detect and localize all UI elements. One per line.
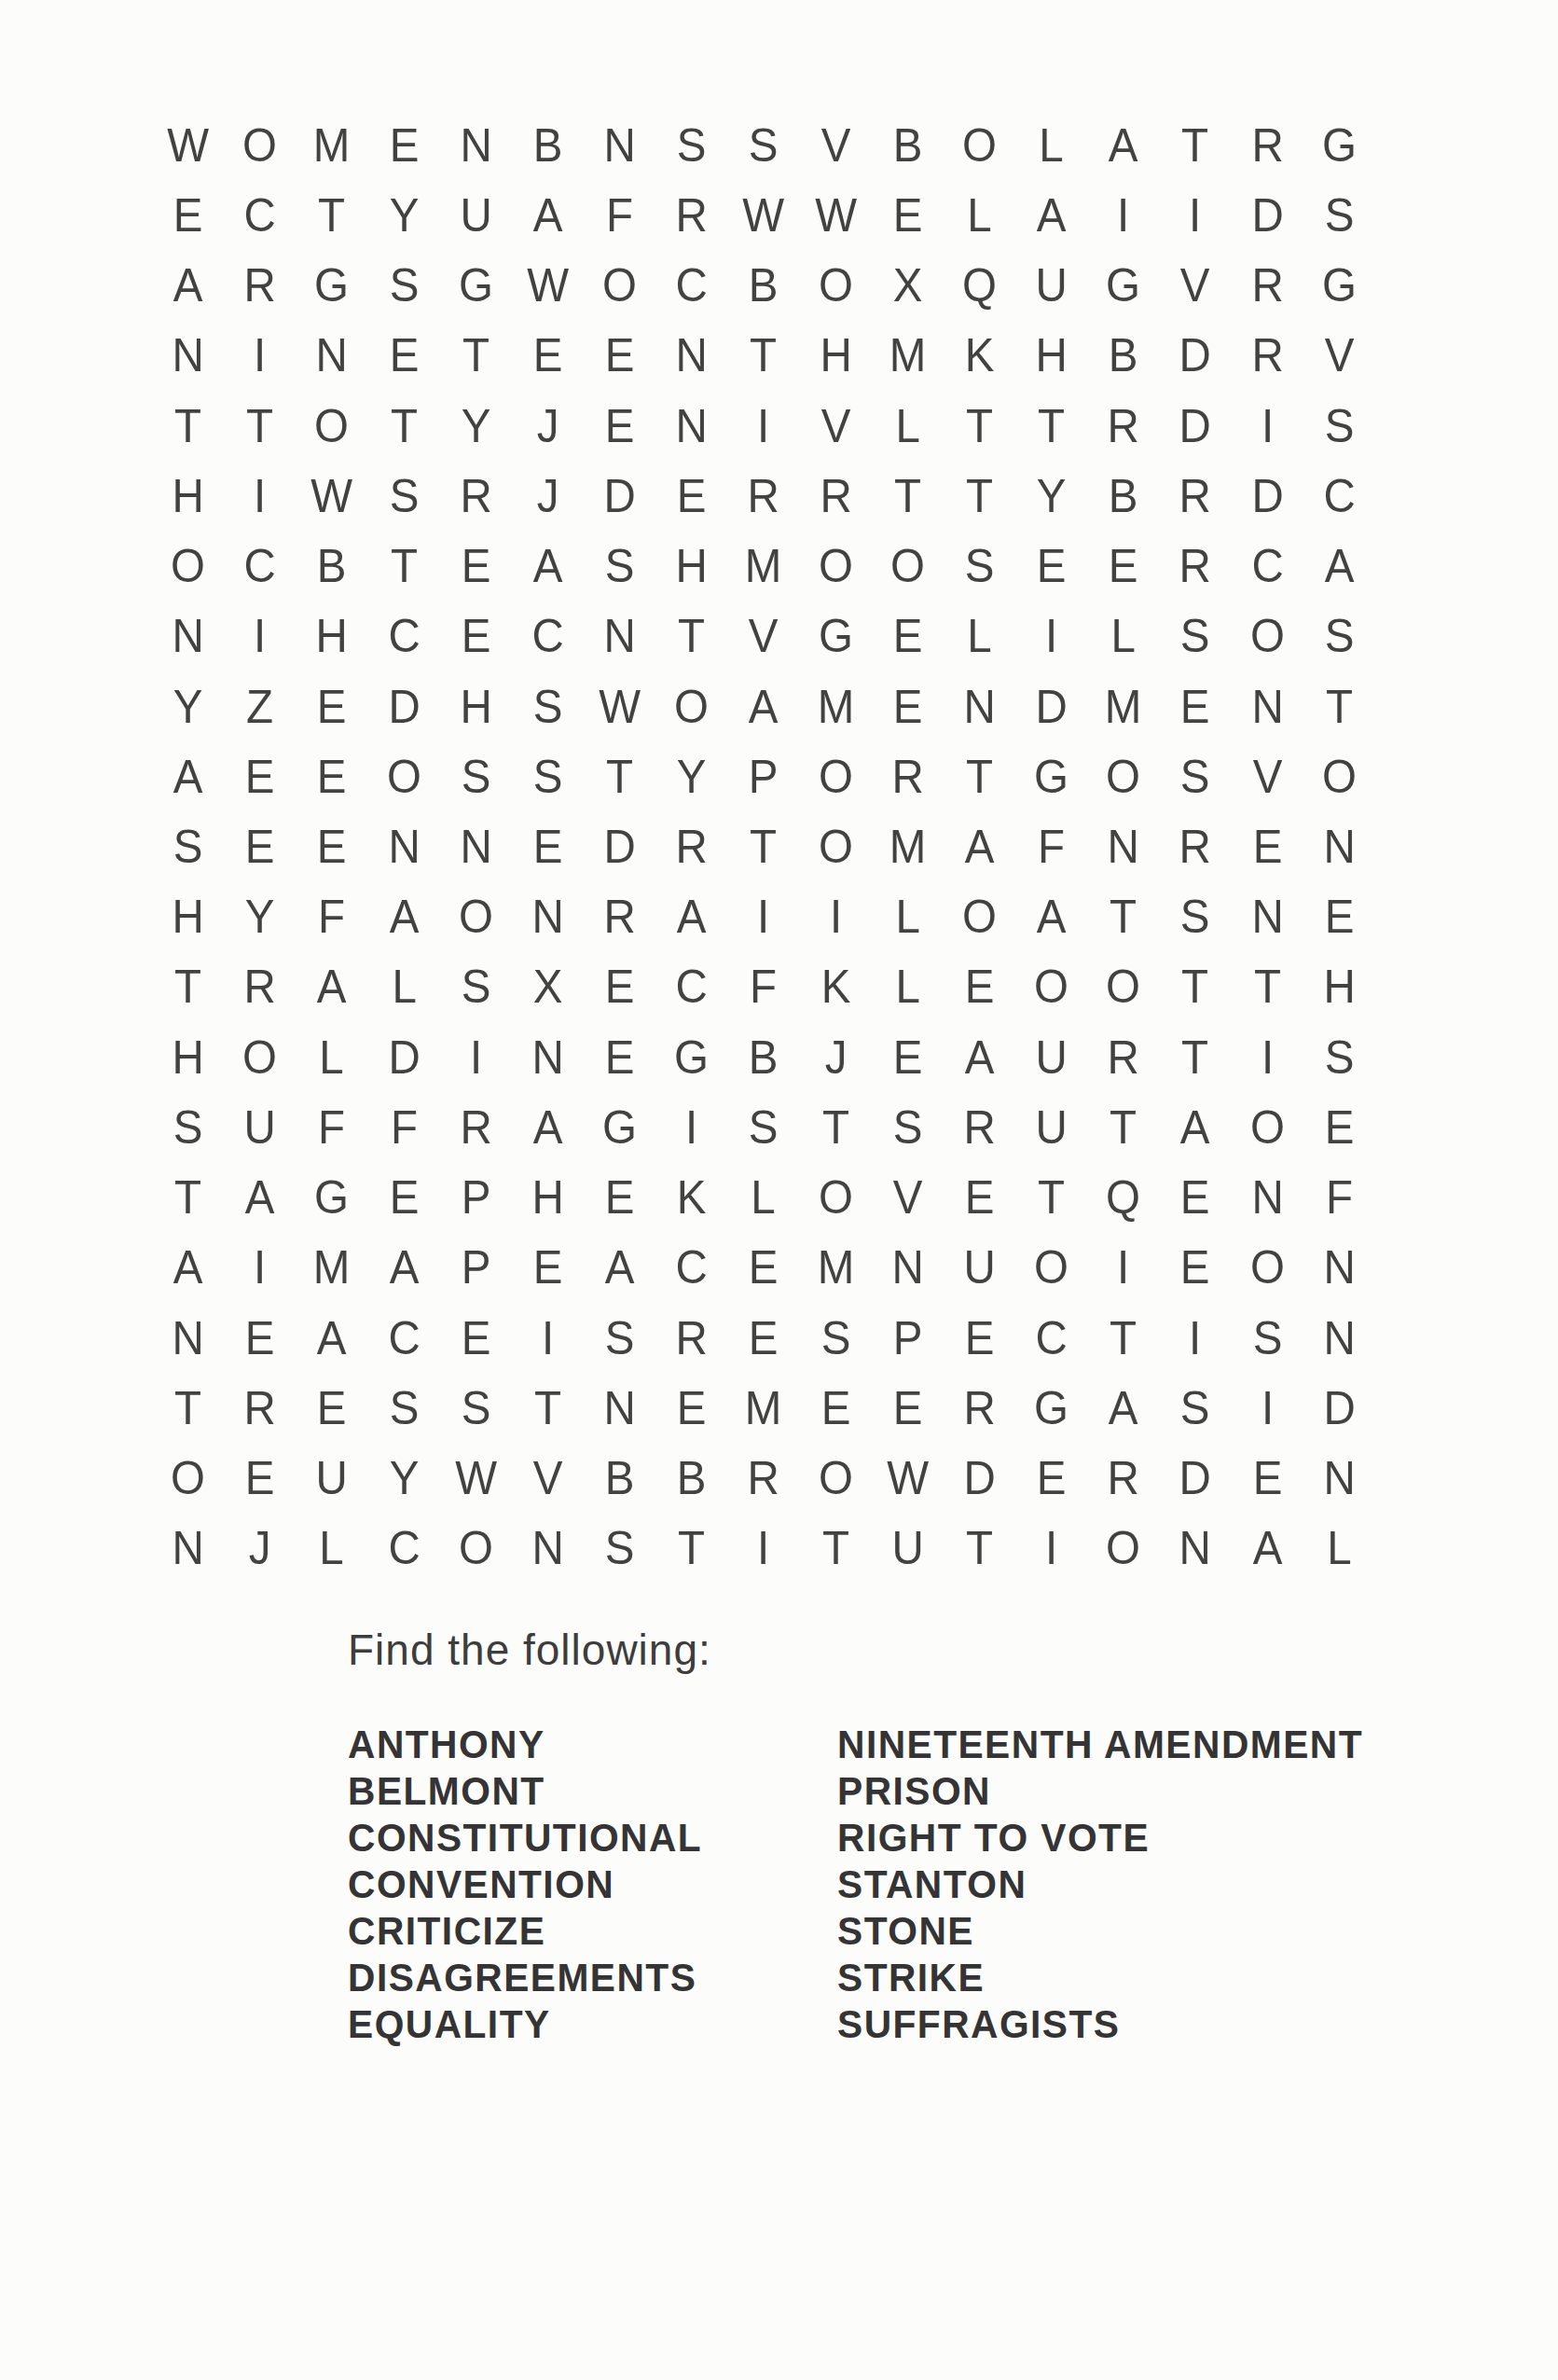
grid-cell-r1c9[interactable]: S [729, 110, 797, 180]
grid-cell-r11c4[interactable]: N [369, 811, 437, 881]
grid-cell-r3c3[interactable]: G [297, 250, 365, 320]
grid-cell-r16c10[interactable]: O [802, 1163, 870, 1233]
grid-cell-r9c8[interactable]: O [657, 671, 725, 741]
grid-cell-r21c5[interactable]: O [442, 1514, 510, 1584]
grid-cell-r19c6[interactable]: T [514, 1373, 582, 1443]
grid-cell-r12c16[interactable]: N [1234, 882, 1302, 952]
grid-cell-r18c13[interactable]: C [1017, 1303, 1085, 1373]
grid-cell-r7c17[interactable]: A [1305, 531, 1373, 601]
grid-cell-r16c1[interactable]: T [154, 1163, 222, 1233]
grid-cell-r21c14[interactable]: O [1089, 1514, 1157, 1584]
grid-cell-r7c15[interactable]: R [1161, 531, 1229, 601]
grid-cell-r2c10[interactable]: W [802, 180, 870, 250]
grid-cell-r9c17[interactable]: T [1305, 671, 1373, 741]
grid-cell-r17c4[interactable]: A [369, 1233, 437, 1303]
grid-cell-r19c14[interactable]: A [1089, 1373, 1157, 1443]
grid-cell-r21c16[interactable]: A [1234, 1514, 1302, 1584]
grid-cell-r9c15[interactable]: E [1161, 671, 1229, 741]
grid-cell-r6c4[interactable]: S [369, 461, 437, 531]
grid-cell-r21c1[interactable]: N [154, 1514, 222, 1584]
grid-cell-r17c15[interactable]: E [1161, 1233, 1229, 1303]
grid-cell-r5c7[interactable]: E [586, 391, 654, 461]
grid-cell-r15c16[interactable]: O [1234, 1092, 1302, 1162]
grid-cell-r14c10[interactable]: J [802, 1022, 870, 1092]
grid-cell-r15c17[interactable]: E [1305, 1092, 1373, 1162]
grid-cell-r6c14[interactable]: B [1089, 461, 1157, 531]
grid-cell-r8c15[interactable]: S [1161, 602, 1229, 671]
grid-cell-r14c15[interactable]: T [1161, 1022, 1229, 1092]
grid-cell-r12c13[interactable]: A [1017, 882, 1085, 952]
grid-cell-r15c1[interactable]: S [154, 1092, 222, 1162]
grid-cell-r12c2[interactable]: Y [226, 882, 294, 952]
grid-cell-r1c1[interactable]: W [154, 110, 222, 180]
grid-cell-r13c17[interactable]: H [1305, 952, 1373, 1022]
grid-cell-r6c12[interactable]: T [945, 461, 1013, 531]
grid-cell-r2c11[interactable]: E [874, 180, 942, 250]
grid-cell-r19c15[interactable]: S [1161, 1373, 1229, 1443]
grid-cell-r17c5[interactable]: P [442, 1233, 510, 1303]
grid-cell-r10c12[interactable]: T [945, 741, 1013, 811]
grid-cell-r11c17[interactable]: N [1305, 811, 1373, 881]
grid-cell-r13c3[interactable]: A [297, 952, 365, 1022]
grid-cell-r5c9[interactable]: I [729, 391, 797, 461]
grid-cell-r16c7[interactable]: E [586, 1163, 654, 1233]
grid-cell-r13c1[interactable]: T [154, 952, 222, 1022]
grid-cell-r18c8[interactable]: R [657, 1303, 725, 1373]
grid-cell-r18c12[interactable]: E [945, 1303, 1013, 1373]
grid-cell-r10c5[interactable]: S [442, 741, 510, 811]
grid-cell-r16c3[interactable]: G [297, 1163, 365, 1233]
grid-cell-r12c5[interactable]: O [442, 882, 510, 952]
grid-cell-r21c15[interactable]: N [1161, 1514, 1229, 1584]
grid-cell-r7c2[interactable]: C [226, 531, 294, 601]
grid-cell-r11c9[interactable]: T [729, 811, 797, 881]
grid-cell-r11c3[interactable]: E [297, 811, 365, 881]
grid-cell-r8c14[interactable]: L [1089, 602, 1157, 671]
grid-cell-r18c16[interactable]: S [1234, 1303, 1302, 1373]
grid-cell-r18c6[interactable]: I [514, 1303, 582, 1373]
grid-cell-r16c2[interactable]: A [226, 1163, 294, 1233]
grid-cell-r1c16[interactable]: R [1234, 110, 1302, 180]
grid-cell-r7c6[interactable]: A [514, 531, 582, 601]
grid-cell-r18c17[interactable]: N [1305, 1303, 1373, 1373]
grid-cell-r4c3[interactable]: N [297, 321, 365, 391]
grid-cell-r18c4[interactable]: C [369, 1303, 437, 1373]
grid-cell-r12c10[interactable]: I [802, 882, 870, 952]
grid-cell-r6c15[interactable]: R [1161, 461, 1229, 531]
grid-cell-r17c1[interactable]: A [154, 1233, 222, 1303]
grid-cell-r7c8[interactable]: H [657, 531, 725, 601]
grid-cell-r6c17[interactable]: C [1305, 461, 1373, 531]
grid-cell-r17c7[interactable]: A [586, 1233, 654, 1303]
grid-cell-r13c15[interactable]: T [1161, 952, 1229, 1022]
grid-cell-r11c14[interactable]: N [1089, 811, 1157, 881]
grid-cell-r13c16[interactable]: T [1234, 952, 1302, 1022]
grid-cell-r3c5[interactable]: G [442, 250, 510, 320]
grid-cell-r19c5[interactable]: S [442, 1373, 510, 1443]
grid-cell-r15c2[interactable]: U [226, 1092, 294, 1162]
grid-cell-r20c8[interactable]: B [657, 1444, 725, 1514]
grid-cell-r7c1[interactable]: O [154, 531, 222, 601]
grid-cell-r15c4[interactable]: F [369, 1092, 437, 1162]
grid-cell-r21c13[interactable]: I [1017, 1514, 1085, 1584]
grid-cell-r14c5[interactable]: I [442, 1022, 510, 1092]
grid-cell-r14c8[interactable]: G [657, 1022, 725, 1092]
grid-cell-r17c14[interactable]: I [1089, 1233, 1157, 1303]
grid-cell-r15c11[interactable]: S [874, 1092, 942, 1162]
grid-cell-r19c12[interactable]: R [945, 1373, 1013, 1443]
grid-cell-r20c1[interactable]: O [154, 1444, 222, 1514]
grid-cell-r17c2[interactable]: I [226, 1233, 294, 1303]
grid-cell-r6c13[interactable]: Y [1017, 461, 1085, 531]
grid-cell-r19c8[interactable]: E [657, 1373, 725, 1443]
grid-cell-r13c7[interactable]: E [586, 952, 654, 1022]
grid-cell-r17c3[interactable]: M [297, 1233, 365, 1303]
grid-cell-r16c5[interactable]: P [442, 1163, 510, 1233]
grid-cell-r9c11[interactable]: E [874, 671, 942, 741]
grid-cell-r14c17[interactable]: S [1305, 1022, 1373, 1092]
grid-cell-r2c12[interactable]: L [945, 180, 1013, 250]
grid-cell-r7c14[interactable]: E [1089, 531, 1157, 601]
grid-cell-r2c15[interactable]: I [1161, 180, 1229, 250]
grid-cell-r5c8[interactable]: N [657, 391, 725, 461]
grid-cell-r19c16[interactable]: I [1234, 1373, 1302, 1443]
grid-cell-r5c12[interactable]: T [945, 391, 1013, 461]
grid-cell-r10c11[interactable]: R [874, 741, 942, 811]
grid-cell-r16c16[interactable]: N [1234, 1163, 1302, 1233]
grid-cell-r11c8[interactable]: R [657, 811, 725, 881]
grid-cell-r7c12[interactable]: S [945, 531, 1013, 601]
grid-cell-r3c14[interactable]: G [1089, 250, 1157, 320]
grid-cell-r13c13[interactable]: O [1017, 952, 1085, 1022]
grid-cell-r2c3[interactable]: T [297, 180, 365, 250]
grid-cell-r12c11[interactable]: L [874, 882, 942, 952]
grid-cell-r9c6[interactable]: S [514, 671, 582, 741]
grid-cell-r13c11[interactable]: L [874, 952, 942, 1022]
grid-cell-r2c13[interactable]: A [1017, 180, 1085, 250]
grid-cell-r11c12[interactable]: A [945, 811, 1013, 881]
grid-cell-r9c16[interactable]: N [1234, 671, 1302, 741]
grid-cell-r6c8[interactable]: E [657, 461, 725, 531]
grid-cell-r9c5[interactable]: H [442, 671, 510, 741]
grid-cell-r2c1[interactable]: E [154, 180, 222, 250]
grid-cell-r1c13[interactable]: L [1017, 110, 1085, 180]
grid-cell-r12c6[interactable]: N [514, 882, 582, 952]
grid-cell-r14c9[interactable]: B [729, 1022, 797, 1092]
grid-cell-r17c9[interactable]: E [729, 1233, 797, 1303]
grid-cell-r15c13[interactable]: U [1017, 1092, 1085, 1162]
grid-cell-r16c13[interactable]: T [1017, 1163, 1085, 1233]
grid-cell-r2c14[interactable]: I [1089, 180, 1157, 250]
grid-cell-r18c7[interactable]: S [586, 1303, 654, 1373]
grid-cell-r8c6[interactable]: C [514, 602, 582, 671]
grid-cell-r18c14[interactable]: T [1089, 1303, 1157, 1373]
grid-cell-r21c2[interactable]: J [226, 1514, 294, 1584]
grid-cell-r12c8[interactable]: A [657, 882, 725, 952]
grid-cell-r9c9[interactable]: A [729, 671, 797, 741]
grid-cell-r18c2[interactable]: E [226, 1303, 294, 1373]
grid-cell-r9c1[interactable]: Y [154, 671, 222, 741]
grid-cell-r5c13[interactable]: T [1017, 391, 1085, 461]
grid-cell-r10c7[interactable]: T [586, 741, 654, 811]
grid-cell-r20c11[interactable]: W [874, 1444, 942, 1514]
grid-cell-r13c9[interactable]: F [729, 952, 797, 1022]
grid-cell-r20c12[interactable]: D [945, 1444, 1013, 1514]
grid-cell-r4c17[interactable]: V [1305, 321, 1373, 391]
grid-cell-r5c11[interactable]: L [874, 391, 942, 461]
grid-cell-r5c1[interactable]: T [154, 391, 222, 461]
grid-cell-r10c1[interactable]: A [154, 741, 222, 811]
grid-cell-r11c11[interactable]: M [874, 811, 942, 881]
grid-cell-r9c14[interactable]: M [1089, 671, 1157, 741]
grid-cell-r4c14[interactable]: B [1089, 321, 1157, 391]
grid-cell-r1c7[interactable]: N [586, 110, 654, 180]
grid-cell-r3c13[interactable]: U [1017, 250, 1085, 320]
grid-cell-r3c10[interactable]: O [802, 250, 870, 320]
grid-cell-r1c11[interactable]: B [874, 110, 942, 180]
grid-cell-r9c4[interactable]: D [369, 671, 437, 741]
grid-cell-r21c12[interactable]: T [945, 1514, 1013, 1584]
grid-cell-r13c14[interactable]: O [1089, 952, 1157, 1022]
grid-cell-r12c15[interactable]: S [1161, 882, 1229, 952]
grid-cell-r18c10[interactable]: S [802, 1303, 870, 1373]
grid-cell-r4c5[interactable]: T [442, 321, 510, 391]
grid-cell-r20c5[interactable]: W [442, 1444, 510, 1514]
grid-cell-r8c3[interactable]: H [297, 602, 365, 671]
grid-cell-r9c10[interactable]: M [802, 671, 870, 741]
grid-cell-r21c4[interactable]: C [369, 1514, 437, 1584]
grid-cell-r7c3[interactable]: B [297, 531, 365, 601]
grid-cell-r1c2[interactable]: O [226, 110, 294, 180]
grid-cell-r1c10[interactable]: V [802, 110, 870, 180]
grid-cell-r1c15[interactable]: T [1161, 110, 1229, 180]
grid-cell-r1c17[interactable]: G [1305, 110, 1373, 180]
grid-cell-r13c4[interactable]: L [369, 952, 437, 1022]
grid-cell-r10c13[interactable]: G [1017, 741, 1085, 811]
grid-cell-r20c2[interactable]: E [226, 1444, 294, 1514]
grid-cell-r3c8[interactable]: C [657, 250, 725, 320]
grid-cell-r11c10[interactable]: O [802, 811, 870, 881]
grid-cell-r9c7[interactable]: W [586, 671, 654, 741]
grid-cell-r8c4[interactable]: C [369, 602, 437, 671]
grid-cell-r19c3[interactable]: E [297, 1373, 365, 1443]
grid-cell-r16c4[interactable]: E [369, 1163, 437, 1233]
grid-cell-r19c17[interactable]: D [1305, 1373, 1373, 1443]
grid-cell-r2c17[interactable]: S [1305, 180, 1373, 250]
grid-cell-r15c5[interactable]: R [442, 1092, 510, 1162]
grid-cell-r14c1[interactable]: H [154, 1022, 222, 1092]
grid-cell-r8c7[interactable]: N [586, 602, 654, 671]
grid-cell-r7c4[interactable]: T [369, 531, 437, 601]
grid-cell-r6c9[interactable]: R [729, 461, 797, 531]
grid-cell-r8c11[interactable]: E [874, 602, 942, 671]
grid-cell-r21c10[interactable]: T [802, 1514, 870, 1584]
grid-cell-r17c16[interactable]: O [1234, 1233, 1302, 1303]
grid-cell-r4c1[interactable]: N [154, 321, 222, 391]
grid-cell-r4c12[interactable]: K [945, 321, 1013, 391]
grid-cell-r20c4[interactable]: Y [369, 1444, 437, 1514]
grid-cell-r16c17[interactable]: F [1305, 1163, 1373, 1233]
grid-cell-r14c16[interactable]: I [1234, 1022, 1302, 1092]
grid-cell-r11c13[interactable]: F [1017, 811, 1085, 881]
grid-cell-r16c11[interactable]: V [874, 1163, 942, 1233]
grid-cell-r16c15[interactable]: E [1161, 1163, 1229, 1233]
grid-cell-r4c10[interactable]: H [802, 321, 870, 391]
grid-cell-r8c17[interactable]: S [1305, 602, 1373, 671]
grid-cell-r13c6[interactable]: X [514, 952, 582, 1022]
grid-cell-r8c5[interactable]: E [442, 602, 510, 671]
grid-cell-r4c16[interactable]: R [1234, 321, 1302, 391]
grid-cell-r10c17[interactable]: O [1305, 741, 1373, 811]
grid-cell-r15c15[interactable]: A [1161, 1092, 1229, 1162]
grid-cell-r4c13[interactable]: H [1017, 321, 1085, 391]
grid-cell-r20c6[interactable]: V [514, 1444, 582, 1514]
grid-cell-r20c15[interactable]: D [1161, 1444, 1229, 1514]
grid-cell-r8c16[interactable]: O [1234, 602, 1302, 671]
grid-cell-r7c16[interactable]: C [1234, 531, 1302, 601]
grid-cell-r20c7[interactable]: B [586, 1444, 654, 1514]
grid-cell-r11c15[interactable]: R [1161, 811, 1229, 881]
grid-cell-r5c3[interactable]: O [297, 391, 365, 461]
grid-cell-r15c7[interactable]: G [586, 1092, 654, 1162]
grid-cell-r7c5[interactable]: E [442, 531, 510, 601]
grid-cell-r5c6[interactable]: J [514, 391, 582, 461]
grid-cell-r5c17[interactable]: S [1305, 391, 1373, 461]
grid-cell-r18c1[interactable]: N [154, 1303, 222, 1373]
grid-cell-r14c6[interactable]: N [514, 1022, 582, 1092]
grid-cell-r14c3[interactable]: L [297, 1022, 365, 1092]
grid-cell-r17c11[interactable]: N [874, 1233, 942, 1303]
grid-cell-r15c6[interactable]: A [514, 1092, 582, 1162]
grid-cell-r6c1[interactable]: H [154, 461, 222, 531]
grid-cell-r14c4[interactable]: D [369, 1022, 437, 1092]
grid-cell-r10c3[interactable]: E [297, 741, 365, 811]
grid-cell-r19c11[interactable]: E [874, 1373, 942, 1443]
grid-cell-r9c13[interactable]: D [1017, 671, 1085, 741]
grid-cell-r16c12[interactable]: E [945, 1163, 1013, 1233]
grid-cell-r15c12[interactable]: R [945, 1092, 1013, 1162]
grid-cell-r6c7[interactable]: D [586, 461, 654, 531]
grid-cell-r3c17[interactable]: G [1305, 250, 1373, 320]
grid-cell-r10c4[interactable]: O [369, 741, 437, 811]
grid-cell-r11c6[interactable]: E [514, 811, 582, 881]
grid-cell-r15c3[interactable]: F [297, 1092, 365, 1162]
grid-cell-r2c16[interactable]: D [1234, 180, 1302, 250]
grid-cell-r14c12[interactable]: A [945, 1022, 1013, 1092]
grid-cell-r20c10[interactable]: O [802, 1444, 870, 1514]
grid-cell-r4c7[interactable]: E [586, 321, 654, 391]
grid-cell-r7c7[interactable]: S [586, 531, 654, 601]
grid-cell-r3c11[interactable]: X [874, 250, 942, 320]
grid-cell-r20c17[interactable]: N [1305, 1444, 1373, 1514]
grid-cell-r4c11[interactable]: M [874, 321, 942, 391]
grid-cell-r6c11[interactable]: T [874, 461, 942, 531]
grid-cell-r17c6[interactable]: E [514, 1233, 582, 1303]
grid-cell-r13c8[interactable]: C [657, 952, 725, 1022]
grid-cell-r8c8[interactable]: T [657, 602, 725, 671]
grid-cell-r8c1[interactable]: N [154, 602, 222, 671]
grid-cell-r14c11[interactable]: E [874, 1022, 942, 1092]
grid-cell-r7c11[interactable]: O [874, 531, 942, 601]
grid-cell-r1c5[interactable]: N [442, 110, 510, 180]
grid-cell-r11c16[interactable]: E [1234, 811, 1302, 881]
grid-cell-r6c10[interactable]: R [802, 461, 870, 531]
grid-cell-r20c9[interactable]: R [729, 1444, 797, 1514]
grid-cell-r11c2[interactable]: E [226, 811, 294, 881]
grid-cell-r16c8[interactable]: K [657, 1163, 725, 1233]
grid-cell-r14c13[interactable]: U [1017, 1022, 1085, 1092]
grid-cell-r3c16[interactable]: R [1234, 250, 1302, 320]
grid-cell-r4c4[interactable]: E [369, 321, 437, 391]
grid-cell-r6c3[interactable]: W [297, 461, 365, 531]
grid-cell-r18c5[interactable]: E [442, 1303, 510, 1373]
grid-cell-r18c11[interactable]: P [874, 1303, 942, 1373]
grid-cell-r5c2[interactable]: T [226, 391, 294, 461]
grid-cell-r7c13[interactable]: E [1017, 531, 1085, 601]
grid-cell-r5c15[interactable]: D [1161, 391, 1229, 461]
grid-cell-r8c2[interactable]: I [226, 602, 294, 671]
grid-cell-r7c10[interactable]: O [802, 531, 870, 601]
grid-cell-r16c6[interactable]: H [514, 1163, 582, 1233]
grid-cell-r18c15[interactable]: I [1161, 1303, 1229, 1373]
grid-cell-r14c2[interactable]: O [226, 1022, 294, 1092]
grid-cell-r8c9[interactable]: V [729, 602, 797, 671]
grid-cell-r5c10[interactable]: V [802, 391, 870, 461]
grid-cell-r2c5[interactable]: U [442, 180, 510, 250]
grid-cell-r15c9[interactable]: S [729, 1092, 797, 1162]
grid-cell-r20c14[interactable]: R [1089, 1444, 1157, 1514]
grid-cell-r17c12[interactable]: U [945, 1233, 1013, 1303]
grid-cell-r12c9[interactable]: I [729, 882, 797, 952]
grid-cell-r5c16[interactable]: I [1234, 391, 1302, 461]
grid-cell-r21c8[interactable]: T [657, 1514, 725, 1584]
grid-cell-r6c5[interactable]: R [442, 461, 510, 531]
grid-cell-r12c3[interactable]: F [297, 882, 365, 952]
grid-cell-r14c7[interactable]: E [586, 1022, 654, 1092]
grid-cell-r10c10[interactable]: O [802, 741, 870, 811]
grid-cell-r11c5[interactable]: N [442, 811, 510, 881]
grid-cell-r19c13[interactable]: G [1017, 1373, 1085, 1443]
grid-cell-r15c14[interactable]: T [1089, 1092, 1157, 1162]
grid-cell-r4c15[interactable]: D [1161, 321, 1229, 391]
grid-cell-r3c2[interactable]: R [226, 250, 294, 320]
grid-cell-r3c15[interactable]: V [1161, 250, 1229, 320]
grid-cell-r19c4[interactable]: S [369, 1373, 437, 1443]
grid-cell-r4c6[interactable]: E [514, 321, 582, 391]
grid-cell-r18c9[interactable]: E [729, 1303, 797, 1373]
grid-cell-r13c10[interactable]: K [802, 952, 870, 1022]
grid-cell-r1c3[interactable]: M [297, 110, 365, 180]
grid-cell-r20c3[interactable]: U [297, 1444, 365, 1514]
grid-cell-r3c12[interactable]: Q [945, 250, 1013, 320]
grid-cell-r13c12[interactable]: E [945, 952, 1013, 1022]
grid-cell-r17c10[interactable]: M [802, 1233, 870, 1303]
grid-cell-r12c14[interactable]: T [1089, 882, 1157, 952]
grid-cell-r2c7[interactable]: F [586, 180, 654, 250]
grid-cell-r15c8[interactable]: I [657, 1092, 725, 1162]
grid-cell-r6c2[interactable]: I [226, 461, 294, 531]
grid-cell-r8c12[interactable]: L [945, 602, 1013, 671]
grid-cell-r4c8[interactable]: N [657, 321, 725, 391]
grid-cell-r3c9[interactable]: B [729, 250, 797, 320]
grid-cell-r10c2[interactable]: E [226, 741, 294, 811]
grid-cell-r21c9[interactable]: I [729, 1514, 797, 1584]
grid-cell-r3c7[interactable]: O [586, 250, 654, 320]
grid-cell-r19c2[interactable]: R [226, 1373, 294, 1443]
grid-cell-r1c12[interactable]: O [945, 110, 1013, 180]
grid-cell-r3c1[interactable]: A [154, 250, 222, 320]
grid-cell-r19c10[interactable]: E [802, 1373, 870, 1443]
